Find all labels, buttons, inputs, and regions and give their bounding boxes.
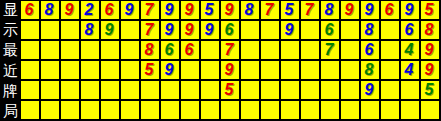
grid-cell: [401, 101, 421, 121]
grid-cell: [81, 41, 101, 61]
grid-cell: [181, 81, 201, 101]
result-digit-red: 6: [105, 1, 114, 19]
grid-cell: 8: [361, 61, 381, 81]
result-digit-blue: 5: [285, 1, 294, 19]
result-digit-blue: 2: [85, 1, 94, 19]
grid-cell: 2: [81, 1, 101, 21]
grid-cell: [21, 101, 41, 121]
grid-cell: [61, 81, 81, 101]
grid-cell: [41, 101, 61, 121]
board-title-char: 牌: [0, 81, 21, 101]
grid-cell: [121, 101, 141, 121]
grid-cell: 6: [221, 21, 241, 41]
grid-cell: [221, 101, 241, 121]
result-digit-blue: 8: [45, 1, 54, 19]
grid-cell: [421, 101, 441, 121]
grid-cell: 9: [181, 21, 201, 41]
result-digit-blue: 9: [405, 1, 414, 19]
result-digit-blue: 6: [365, 41, 374, 59]
result-digit-red: 9: [345, 1, 354, 19]
grid-cell: [281, 61, 301, 81]
grid-cell: [61, 61, 81, 81]
result-digit-green: 9: [105, 21, 114, 39]
grid-cell: [341, 61, 361, 81]
grid-cell: [201, 101, 221, 121]
result-digit-blue: 8: [85, 21, 94, 39]
result-digit-red: 7: [305, 1, 314, 19]
result-digit-red: 6: [385, 1, 394, 19]
grid-cell: 6: [21, 1, 41, 21]
grid-cell: 8: [41, 1, 61, 21]
grid-cell: [121, 41, 141, 61]
result-digit-red: 9: [425, 61, 434, 79]
grid-cell: 9: [161, 21, 181, 41]
grid-cell: [241, 81, 261, 101]
grid-cell: [281, 81, 301, 101]
grid-cell: [261, 101, 281, 121]
result-digit-red: 7: [145, 1, 154, 19]
result-digit-green: 6: [165, 41, 174, 59]
result-digit-blue: 6: [405, 21, 414, 39]
grid-cell: 6: [321, 21, 341, 41]
result-digit-blue: 5: [205, 1, 214, 19]
grid-cell: [41, 61, 61, 81]
grid-cell: 9: [421, 41, 441, 61]
result-digit-blue: 9: [365, 81, 374, 99]
grid-cell: [301, 101, 321, 121]
grid-cell: [81, 101, 101, 121]
grid-cell: [161, 101, 181, 121]
grid-cell: 6: [401, 21, 421, 41]
grid-cell: [241, 41, 261, 61]
grid-cell: [41, 81, 61, 101]
result-digit-blue: 9: [205, 21, 214, 39]
grid-cell: [381, 21, 401, 41]
grid-cell: [61, 41, 81, 61]
grid-cell: 8: [361, 21, 381, 41]
grid-cell: 6: [361, 41, 381, 61]
grid-cell: 7: [141, 21, 161, 41]
result-digit-red: 9: [185, 1, 194, 19]
grid-cell: [261, 81, 281, 101]
grid-cell: [341, 41, 361, 61]
grid-cell: [381, 41, 401, 61]
grid-cell: [121, 61, 141, 81]
grid-cell: 6: [101, 1, 121, 21]
grid-cell: [41, 21, 61, 41]
board-title-char: 近: [0, 61, 21, 81]
grid-cell: [201, 41, 221, 61]
grid-cell: [301, 81, 321, 101]
grid-cell: [21, 21, 41, 41]
grid-cell: [281, 101, 301, 121]
grid-cell: 4: [401, 41, 421, 61]
grid-cell: 7: [301, 1, 321, 21]
result-digit-red: 8: [145, 41, 154, 59]
grid-cell: 9: [421, 61, 441, 81]
grid-cell: 9: [161, 1, 181, 21]
grid-cell: [381, 61, 401, 81]
grid-cell: [301, 21, 321, 41]
result-digit-green: 5: [425, 81, 434, 99]
result-digit-blue: 4: [405, 61, 414, 79]
board-title-char: 最: [0, 40, 21, 60]
grid-cell: 9: [341, 1, 361, 21]
result-digit-red: 9: [65, 1, 74, 19]
grid-cell: 7: [321, 41, 341, 61]
result-digit-red: 7: [265, 1, 274, 19]
grid-cell: 6: [381, 1, 401, 21]
grid-cell: 8: [141, 41, 161, 61]
result-digit-blue: 8: [245, 1, 254, 19]
grid-cell: [201, 61, 221, 81]
results-grid: 6892697995987578996958979996968688667764…: [21, 0, 441, 121]
grid-cell: [261, 21, 281, 41]
grid-cell: 9: [181, 1, 201, 21]
recent-results-board: 显示最近牌局 689269799598757899695897999696868…: [0, 0, 441, 121]
grid-cell: [101, 101, 121, 121]
grid-cell: [241, 61, 261, 81]
grid-cell: [241, 21, 261, 41]
board-title-char: 局: [0, 101, 21, 121]
result-digit-red: 7: [225, 41, 234, 59]
result-digit-green: 4: [405, 41, 414, 59]
grid-cell: [121, 21, 141, 41]
result-digit-blue: 8: [365, 21, 374, 39]
grid-cell: [21, 81, 41, 101]
grid-cell: 5: [201, 1, 221, 21]
result-digit-red: 6: [25, 1, 34, 19]
grid-cell: 8: [421, 21, 441, 41]
grid-cell: [121, 81, 141, 101]
grid-cell: 6: [181, 41, 201, 61]
result-digit-blue: 9: [165, 61, 174, 79]
grid-cell: [341, 21, 361, 41]
grid-cell: 9: [121, 1, 141, 21]
board-title-char: 显: [0, 0, 21, 20]
grid-cell: 9: [221, 1, 241, 21]
grid-cell: 9: [281, 21, 301, 41]
grid-cell: 5: [421, 1, 441, 21]
grid-cell: [101, 81, 121, 101]
grid-cell: [21, 41, 41, 61]
grid-cell: 8: [81, 21, 101, 41]
grid-cell: 5: [221, 81, 241, 101]
grid-cell: 7: [141, 1, 161, 21]
grid-cell: [241, 101, 261, 121]
grid-cell: 4: [401, 61, 421, 81]
grid-cell: [401, 81, 421, 101]
result-digit-blue: 9: [125, 1, 134, 19]
result-digit-blue: 8: [325, 1, 334, 19]
result-digit-red: 7: [145, 21, 154, 39]
grid-cell: [261, 41, 281, 61]
grid-cell: 5: [421, 81, 441, 101]
result-digit-red: 5: [425, 1, 434, 19]
grid-cell: [281, 41, 301, 61]
result-digit-blue: 9: [165, 1, 174, 19]
grid-cell: 9: [101, 21, 121, 41]
result-digit-red: 5: [145, 61, 154, 79]
grid-cell: 9: [361, 81, 381, 101]
result-digit-green: 6: [325, 21, 334, 39]
board-title-char: 示: [0, 20, 21, 40]
grid-cell: 7: [221, 41, 241, 61]
result-digit-blue: 9: [285, 21, 294, 39]
result-digit-blue: 9: [165, 21, 174, 39]
grid-cell: 8: [321, 1, 341, 21]
grid-cell: 7: [261, 1, 281, 21]
grid-cell: [301, 41, 321, 61]
grid-cell: [321, 61, 341, 81]
grid-cell: [261, 61, 281, 81]
grid-cell: [321, 81, 341, 101]
grid-cell: 9: [201, 21, 221, 41]
result-digit-red: 5: [225, 81, 234, 99]
grid-cell: 5: [281, 1, 301, 21]
result-digit-red: 9: [185, 21, 194, 39]
grid-cell: [141, 81, 161, 101]
grid-cell: 6: [161, 41, 181, 61]
grid-cell: [181, 101, 201, 121]
grid-cell: [181, 61, 201, 81]
grid-cell: [101, 41, 121, 61]
grid-cell: 9: [61, 1, 81, 21]
result-digit-red: 9: [425, 41, 434, 59]
grid-cell: [341, 81, 361, 101]
result-digit-green: 8: [365, 61, 374, 79]
grid-cell: 9: [401, 1, 421, 21]
result-digit-blue: 9: [365, 1, 374, 19]
result-digit-red: 6: [185, 41, 194, 59]
grid-cell: [201, 81, 221, 101]
grid-cell: [81, 81, 101, 101]
grid-cell: [381, 101, 401, 121]
grid-cell: [361, 101, 381, 121]
grid-cell: 9: [361, 1, 381, 21]
result-digit-red: 8: [425, 21, 434, 39]
grid-cell: 9: [161, 61, 181, 81]
grid-cell: [381, 81, 401, 101]
grid-cell: [81, 61, 101, 81]
grid-cell: [341, 101, 361, 121]
grid-cell: [101, 61, 121, 81]
grid-cell: 8: [241, 1, 261, 21]
grid-cell: [61, 21, 81, 41]
grid-cell: 9: [221, 61, 241, 81]
grid-cell: [21, 61, 41, 81]
grid-cell: [161, 81, 181, 101]
grid-cell: 5: [141, 61, 161, 81]
grid-cell: [41, 41, 61, 61]
result-digit-red: 9: [225, 1, 234, 19]
grid-cell: [61, 101, 81, 121]
result-digit-green: 6: [225, 21, 234, 39]
result-digit-red: 9: [225, 61, 234, 79]
grid-cell: [141, 101, 161, 121]
grid-cell: [301, 61, 321, 81]
result-digit-green: 7: [325, 41, 334, 59]
grid-cell: [321, 101, 341, 121]
board-title-vertical-label: 显示最近牌局: [0, 0, 21, 121]
